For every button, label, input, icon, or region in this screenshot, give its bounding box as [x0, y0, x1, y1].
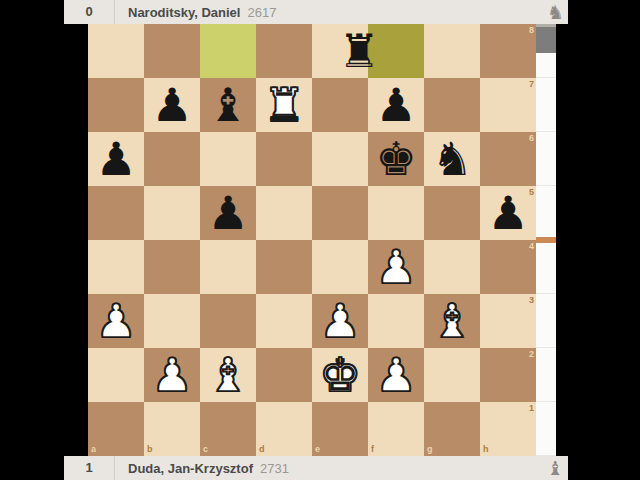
file-label-f: f	[371, 445, 374, 454]
square-c5[interactable]: ♟	[200, 186, 256, 240]
square-b1[interactable]: b	[144, 402, 200, 456]
square-f6[interactable]: ♚	[368, 132, 424, 186]
rank-label-4: 4	[529, 242, 534, 251]
square-c7[interactable]: ♝	[200, 78, 256, 132]
square-d4[interactable]	[256, 240, 312, 294]
white-king[interactable]: ♚	[312, 348, 368, 402]
rank-label-6: 6	[529, 134, 534, 143]
bishop-icon: ♝	[547, 456, 564, 480]
bottom-player-name: Duda, Jan-Krzysztof	[128, 461, 253, 476]
square-d2[interactable]	[256, 348, 312, 402]
square-h8[interactable]: 8	[480, 24, 536, 78]
side-strip	[536, 24, 556, 456]
rank-label-2: 2	[529, 350, 534, 359]
square-b7[interactable]: ♟	[144, 78, 200, 132]
square-a6[interactable]: ♟	[88, 132, 144, 186]
square-a4[interactable]	[88, 240, 144, 294]
square-c2[interactable]: ♝	[200, 348, 256, 402]
white-pawn[interactable]: ♟	[144, 348, 200, 402]
square-f4[interactable]: ♟	[368, 240, 424, 294]
square-b8[interactable]	[144, 24, 200, 78]
square-g8[interactable]	[424, 24, 480, 78]
square-a2[interactable]	[88, 348, 144, 402]
square-a7[interactable]	[88, 78, 144, 132]
black-knight[interactable]: ♞	[424, 132, 480, 186]
square-f3[interactable]	[368, 294, 424, 348]
knight-icon: ♞	[547, 0, 564, 24]
square-h5[interactable]: 5♟	[480, 186, 536, 240]
square-d6[interactable]	[256, 132, 312, 186]
bottom-player-bar: 1 Duda, Jan-Krzysztof 2731 ♝	[64, 456, 568, 480]
square-c4[interactable]	[200, 240, 256, 294]
square-e1[interactable]: e	[312, 402, 368, 456]
square-b2[interactable]: ♟	[144, 348, 200, 402]
square-e2[interactable]: ♚	[312, 348, 368, 402]
board: 8♟♝♜♟7♟♚♞6♟5♟♟4♟♟♝3♟♝♚♟2abcdefg1h♜	[88, 24, 536, 456]
file-label-g: g	[427, 445, 433, 454]
black-pawn[interactable]: ♟	[480, 186, 536, 240]
square-g2[interactable]	[424, 348, 480, 402]
square-g7[interactable]	[424, 78, 480, 132]
square-d3[interactable]	[256, 294, 312, 348]
square-a3[interactable]: ♟	[88, 294, 144, 348]
file-label-d: d	[259, 445, 265, 454]
square-f7[interactable]: ♟	[368, 78, 424, 132]
square-c8[interactable]	[200, 24, 256, 78]
black-bishop[interactable]: ♝	[200, 78, 256, 132]
square-b5[interactable]	[144, 186, 200, 240]
file-label-a: a	[91, 445, 96, 454]
square-h3[interactable]: 3	[480, 294, 536, 348]
black-pawn[interactable]: ♟	[368, 78, 424, 132]
top-player-rating: 2617	[247, 5, 276, 20]
rank-label-1: 1	[529, 404, 534, 413]
bottom-player-rating: 2731	[260, 461, 289, 476]
rank-label-5: 5	[529, 188, 534, 197]
square-a1[interactable]: a	[88, 402, 144, 456]
white-pawn[interactable]: ♟	[88, 294, 144, 348]
square-d8[interactable]	[256, 24, 312, 78]
square-e3[interactable]: ♟	[312, 294, 368, 348]
square-e5[interactable]	[312, 186, 368, 240]
scrollbar-thumb[interactable]	[536, 24, 556, 53]
black-pawn[interactable]: ♟	[88, 132, 144, 186]
square-h7[interactable]: 7	[480, 78, 536, 132]
square-f5[interactable]	[368, 186, 424, 240]
square-h1[interactable]: 1h	[480, 402, 536, 456]
square-a5[interactable]	[88, 186, 144, 240]
black-king[interactable]: ♚	[368, 132, 424, 186]
square-h4[interactable]: 4	[480, 240, 536, 294]
strip-midline-marker	[536, 237, 556, 243]
square-h6[interactable]: 6	[480, 132, 536, 186]
square-f1[interactable]: f	[368, 402, 424, 456]
square-e7[interactable]	[312, 78, 368, 132]
white-bishop[interactable]: ♝	[424, 294, 480, 348]
rank-label-8: 8	[529, 26, 534, 35]
square-b4[interactable]	[144, 240, 200, 294]
file-label-e: e	[315, 445, 320, 454]
bottom-player-score: 1	[64, 456, 115, 480]
square-c3[interactable]	[200, 294, 256, 348]
white-pawn[interactable]: ♟	[368, 348, 424, 402]
white-bishop[interactable]: ♝	[200, 348, 256, 402]
top-player-bar: 0 Naroditsky, Daniel 2617 ♞	[64, 0, 568, 24]
square-g4[interactable]	[424, 240, 480, 294]
white-pawn[interactable]: ♟	[368, 240, 424, 294]
square-f2[interactable]: ♟	[368, 348, 424, 402]
square-a8[interactable]	[88, 24, 144, 78]
square-g3[interactable]: ♝	[424, 294, 480, 348]
white-rook[interactable]: ♜	[256, 78, 312, 132]
square-g6[interactable]: ♞	[424, 132, 480, 186]
square-g1[interactable]: g	[424, 402, 480, 456]
square-d7[interactable]: ♜	[256, 78, 312, 132]
file-label-c: c	[203, 445, 208, 454]
square-g5[interactable]	[424, 186, 480, 240]
square-e4[interactable]	[312, 240, 368, 294]
square-b6[interactable]	[144, 132, 200, 186]
black-rook[interactable]: ♜	[331, 24, 387, 78]
white-pawn[interactable]: ♟	[312, 294, 368, 348]
file-label-b: b	[147, 445, 153, 454]
square-e6[interactable]	[312, 132, 368, 186]
rank-label-7: 7	[529, 80, 534, 89]
square-c1[interactable]: c	[200, 402, 256, 456]
square-b3[interactable]	[144, 294, 200, 348]
file-label-h: h	[483, 445, 489, 454]
square-d5[interactable]	[256, 186, 312, 240]
black-pawn[interactable]: ♟	[200, 186, 256, 240]
rank-label-3: 3	[529, 296, 534, 305]
top-player-score: 0	[64, 0, 115, 24]
black-pawn[interactable]: ♟	[144, 78, 200, 132]
square-d1[interactable]: d	[256, 402, 312, 456]
square-c6[interactable]	[200, 132, 256, 186]
top-player-name: Naroditsky, Daniel	[128, 5, 240, 20]
square-h2[interactable]: 2	[480, 348, 536, 402]
